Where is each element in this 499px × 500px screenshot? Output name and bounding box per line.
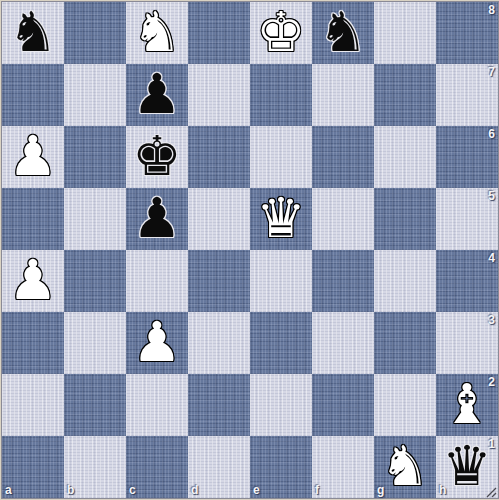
rank-label-6: 6 [488, 127, 495, 141]
file-label-f: f [315, 483, 319, 497]
file-label-b: b [67, 483, 74, 497]
square-a2[interactable] [2, 374, 64, 436]
square-h2[interactable]: ♝2 [436, 374, 498, 436]
square-d7[interactable] [188, 64, 250, 126]
square-a7[interactable] [2, 64, 64, 126]
piece-black-pawn[interactable]: ♟ [126, 64, 188, 126]
square-d5[interactable] [188, 188, 250, 250]
square-c2[interactable] [126, 374, 188, 436]
square-g1[interactable]: ♞g [374, 436, 436, 498]
square-c8[interactable]: ♞ [126, 2, 188, 64]
rank-label-5: 5 [488, 189, 495, 203]
square-c7[interactable]: ♟ [126, 64, 188, 126]
file-label-d: d [191, 483, 198, 497]
piece-white-queen[interactable]: ♛ [250, 188, 312, 250]
square-a6[interactable]: ♟ [2, 126, 64, 188]
square-d3[interactable] [188, 312, 250, 374]
square-h3[interactable]: 3 [436, 312, 498, 374]
square-c4[interactable] [126, 250, 188, 312]
square-c1[interactable]: c [126, 436, 188, 498]
piece-white-pawn[interactable]: ♟ [126, 312, 188, 374]
square-d6[interactable] [188, 126, 250, 188]
square-f2[interactable] [312, 374, 374, 436]
square-f7[interactable] [312, 64, 374, 126]
piece-white-pawn[interactable]: ♟ [2, 250, 64, 312]
square-f8[interactable]: ♞ [312, 2, 374, 64]
piece-white-pawn[interactable]: ♟ [2, 126, 64, 188]
square-b4[interactable] [64, 250, 126, 312]
square-h4[interactable]: 4 [436, 250, 498, 312]
square-b7[interactable] [64, 64, 126, 126]
rank-label-3: 3 [488, 313, 495, 327]
square-e5[interactable]: ♛ [250, 188, 312, 250]
square-e1[interactable]: e [250, 436, 312, 498]
rank-label-1: 1 [488, 437, 495, 451]
square-a8[interactable]: ♞ [2, 2, 64, 64]
square-c5[interactable]: ♟ [126, 188, 188, 250]
square-c3[interactable]: ♟ [126, 312, 188, 374]
square-f3[interactable] [312, 312, 374, 374]
square-b5[interactable] [64, 188, 126, 250]
piece-black-king[interactable]: ♚ [126, 126, 188, 188]
square-f5[interactable] [312, 188, 374, 250]
file-label-g: g [377, 483, 384, 497]
square-g8[interactable] [374, 2, 436, 64]
square-b1[interactable]: b [64, 436, 126, 498]
square-d2[interactable] [188, 374, 250, 436]
square-d8[interactable] [188, 2, 250, 64]
square-g5[interactable] [374, 188, 436, 250]
square-a3[interactable] [2, 312, 64, 374]
rank-label-4: 4 [488, 251, 495, 265]
file-label-e: e [253, 483, 260, 497]
square-a4[interactable]: ♟ [2, 250, 64, 312]
square-g7[interactable] [374, 64, 436, 126]
square-b3[interactable] [64, 312, 126, 374]
square-b2[interactable] [64, 374, 126, 436]
square-g6[interactable] [374, 126, 436, 188]
square-f6[interactable] [312, 126, 374, 188]
rank-label-8: 8 [488, 3, 495, 17]
square-h8[interactable]: 8 [436, 2, 498, 64]
square-g4[interactable] [374, 250, 436, 312]
square-h6[interactable]: 6 [436, 126, 498, 188]
square-e6[interactable] [250, 126, 312, 188]
board-frame: ♞♞♚♞8♟7♟♚6♟♛5♟4♟3♝2abcdef♞g♛h1 [0, 0, 499, 500]
square-e4[interactable] [250, 250, 312, 312]
square-e8[interactable]: ♚ [250, 2, 312, 64]
square-e2[interactable] [250, 374, 312, 436]
piece-black-pawn[interactable]: ♟ [126, 188, 188, 250]
piece-black-knight[interactable]: ♞ [2, 2, 64, 64]
piece-black-knight[interactable]: ♞ [312, 2, 374, 64]
square-e7[interactable] [250, 64, 312, 126]
square-g2[interactable] [374, 374, 436, 436]
square-b6[interactable] [64, 126, 126, 188]
file-label-c: c [129, 483, 136, 497]
square-h5[interactable]: 5 [436, 188, 498, 250]
square-e3[interactable] [250, 312, 312, 374]
resize-handle-icon[interactable] [485, 486, 497, 498]
square-g3[interactable] [374, 312, 436, 374]
piece-white-king[interactable]: ♚ [250, 2, 312, 64]
square-f1[interactable]: f [312, 436, 374, 498]
file-label-h: h [439, 483, 446, 497]
square-h7[interactable]: 7 [436, 64, 498, 126]
square-f4[interactable] [312, 250, 374, 312]
square-d1[interactable]: d [188, 436, 250, 498]
piece-white-knight[interactable]: ♞ [126, 2, 188, 64]
square-b8[interactable] [64, 2, 126, 64]
rank-label-7: 7 [488, 65, 495, 79]
chess-board: ♞♞♚♞8♟7♟♚6♟♛5♟4♟3♝2abcdef♞g♛h1 [2, 2, 498, 498]
file-label-a: a [5, 483, 12, 497]
square-c6[interactable]: ♚ [126, 126, 188, 188]
square-a1[interactable]: a [2, 436, 64, 498]
rank-label-2: 2 [488, 375, 495, 389]
square-a5[interactable] [2, 188, 64, 250]
square-d4[interactable] [188, 250, 250, 312]
